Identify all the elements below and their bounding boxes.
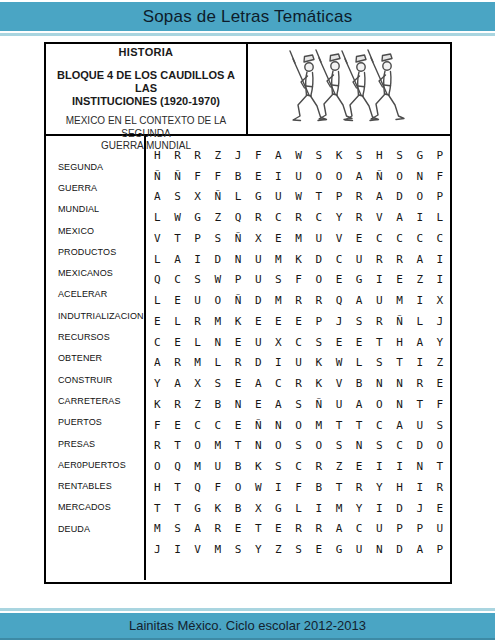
grid-cell: Z [208, 207, 228, 228]
grid-cell: Y [248, 539, 268, 560]
grid-cell: I [410, 353, 430, 374]
grid-cell: R [389, 249, 409, 270]
grid-cell: S [289, 394, 309, 415]
grid-cell: X [430, 290, 450, 311]
grid-cell: Z [430, 353, 450, 374]
word-item: MERCADOS [58, 497, 144, 518]
grid-cell: I [268, 166, 288, 187]
grid-cell: O [369, 394, 389, 415]
grid-cell: B [208, 394, 228, 415]
grid-cell: O [430, 436, 450, 457]
grid-cell: Z [188, 394, 208, 415]
grid-cell: I [167, 539, 187, 560]
word-item: MUNDIAL [58, 199, 144, 220]
grid-cell: O [208, 290, 228, 311]
grid-cell: S [289, 539, 309, 560]
grid-cell: W [329, 353, 349, 374]
grid-cell: Ñ [228, 290, 248, 311]
grid-cell: T [167, 477, 187, 498]
grid-cell: O [289, 415, 309, 436]
grid-cell: N [389, 394, 409, 415]
grid-cell: E [248, 394, 268, 415]
grid-cell: E [167, 290, 187, 311]
grid-cell: U [309, 228, 329, 249]
grid-cell: F [208, 166, 228, 187]
grid-cell: N [410, 456, 430, 477]
footer-text: Lainitas México. Ciclo escolar 2012-2013 [129, 618, 366, 633]
grid-cell: N [228, 394, 248, 415]
grid-cell: R [289, 207, 309, 228]
grid-cell: W [248, 477, 268, 498]
grid-cell: M [208, 539, 228, 560]
grid-cell: R [349, 187, 369, 208]
grid-cell: I [410, 290, 430, 311]
grid-cell: M [289, 228, 309, 249]
grid-cell: Ñ [208, 187, 228, 208]
grid-cell: E [228, 415, 248, 436]
grid-cell: C [410, 228, 430, 249]
grid-cell: E [228, 519, 248, 540]
grid-cell: A [389, 207, 409, 228]
grid-cell: Ñ [369, 166, 389, 187]
grid-cell: A [349, 166, 369, 187]
grid-cell: V [369, 207, 389, 228]
grid-cell: J [147, 539, 167, 560]
marching-soldiers-image [261, 45, 437, 133]
grid-cell: I [430, 270, 450, 291]
grid-cell: S [309, 332, 329, 353]
word-list: SEGUNDAGUERRAMUNDIALMEXICOPRODUCTOSMEXIC… [46, 136, 146, 580]
grid-cell: M [268, 290, 288, 311]
grid-cell: R [167, 394, 187, 415]
grid-cell: I [369, 498, 389, 519]
grid-cell: Y [430, 332, 450, 353]
grid-cell: C [147, 332, 167, 353]
grid-cell: J [329, 311, 349, 332]
grid-cell: Y [147, 373, 167, 394]
grid-cell: R [309, 456, 329, 477]
grid-cell: O [309, 436, 329, 457]
word-item: ACELERAR [58, 284, 144, 305]
grid-cell: U [289, 166, 309, 187]
grid-cell: R [167, 353, 187, 374]
grid-cell: R [410, 373, 430, 394]
block-title-line1: BLOQUE 4 DE LOS CAUDILLOS A LAS [46, 69, 246, 95]
grid-cell: V [329, 373, 349, 394]
grid-cell: G [188, 498, 208, 519]
grid-cell: S [389, 145, 409, 166]
grid-cell: F [248, 145, 268, 166]
grid-cell: S [369, 436, 389, 457]
grid-cell: B [349, 373, 369, 394]
grid-cell: A [147, 353, 167, 374]
grid-cell: O [309, 270, 329, 291]
grid-cell: O [228, 477, 248, 498]
grid-cell: C [268, 373, 288, 394]
grid-cell: R [309, 290, 329, 311]
grid-cell: C [208, 415, 228, 436]
grid-cell: L [188, 332, 208, 353]
grid-cell: X [268, 332, 288, 353]
word-item: RENTABLES [58, 475, 144, 496]
grid-cell: Ñ [389, 311, 409, 332]
grid-cell: T [369, 332, 389, 353]
word-item: CONSTRUIR [58, 369, 144, 390]
grid-cell: M [188, 456, 208, 477]
grid-cell: P [410, 519, 430, 540]
grid-cell: G [248, 187, 268, 208]
grid-cell: U [349, 249, 369, 270]
grid-cell: E [289, 311, 309, 332]
grid-cell: L [410, 311, 430, 332]
grid-cell: E [167, 332, 187, 353]
grid-cell: W [167, 207, 187, 228]
grid-cell: U [369, 290, 389, 311]
grid-cell: T [167, 436, 187, 457]
grid-cell: M [147, 519, 167, 540]
grid-cell: L [167, 311, 187, 332]
grid-cell: K [147, 394, 167, 415]
grid-cell: D [389, 539, 409, 560]
grid-cell: F [208, 477, 228, 498]
word-item: PRODUCTOS [58, 241, 144, 262]
grid-cell: O [309, 166, 329, 187]
subject-title: HISTORIA [46, 46, 246, 59]
grid-cell: A [167, 373, 187, 394]
grid-cell: U [329, 394, 349, 415]
grid-cell: U [430, 519, 450, 540]
grid-cell: D [389, 187, 409, 208]
grid-cell: A [167, 249, 187, 270]
grid-cell: J [228, 145, 248, 166]
grid-cell: A [389, 415, 409, 436]
grid-cell: N [369, 539, 389, 560]
grid-cell: W [289, 187, 309, 208]
grid-cell: L [289, 498, 309, 519]
grid-cell: C [369, 228, 389, 249]
grid-cell: R [289, 290, 309, 311]
grid-cell: I [389, 456, 409, 477]
grid-cell: B [228, 456, 248, 477]
grid-cell: E [430, 498, 450, 519]
grid-cell: T [167, 228, 187, 249]
puzzle-section: SEGUNDAGUERRAMUNDIALMEXICOPRODUCTOSMEXIC… [46, 136, 450, 580]
grid-cell: Q [228, 207, 248, 228]
grid-cell: E [228, 332, 248, 353]
grid-cell: C [309, 207, 329, 228]
grid-cell: I [188, 249, 208, 270]
word-item: INDUTRIALIZACION [58, 305, 144, 326]
grid-cell: Ñ [309, 394, 329, 415]
grid-cell: U [268, 187, 288, 208]
grid-cell: C [349, 519, 369, 540]
grid-cell: R [309, 519, 329, 540]
page-title: Sopas de Letras Temáticas [143, 7, 353, 27]
grid-cell: D [309, 249, 329, 270]
grid-cell: E [248, 311, 268, 332]
grid-cell: A [329, 519, 349, 540]
grid-cell: Y [329, 207, 349, 228]
word-item: GUERRA [58, 177, 144, 198]
grid-cell: S [369, 353, 389, 374]
grid-cell: A [349, 290, 369, 311]
grid-cell: A [410, 539, 430, 560]
grid-cell: D [248, 353, 268, 374]
grid-cell: I [268, 477, 288, 498]
grid-cell: T [430, 456, 450, 477]
grid-cell: W [208, 270, 228, 291]
grid-cell: N [349, 436, 369, 457]
grid-cell: N [248, 436, 268, 457]
grid-cell: C [389, 228, 409, 249]
grid-cell: V [147, 228, 167, 249]
word-item: CARRETERAS [58, 390, 144, 411]
grid-cell: U [248, 249, 268, 270]
grid-cell: B [228, 166, 248, 187]
grid-cell: Z [410, 270, 430, 291]
grid-cell: K [289, 249, 309, 270]
grid-cell: Q [329, 290, 349, 311]
grid-cell: S [268, 270, 288, 291]
grid-cell: C [369, 415, 389, 436]
grid-cell: Ñ [167, 166, 187, 187]
grid-cell: C [188, 415, 208, 436]
grid-cell: G [410, 145, 430, 166]
grid-cell: Ñ [248, 415, 268, 436]
grid-cell: Ñ [228, 228, 248, 249]
grid-cell: P [389, 519, 409, 540]
word-item: OBTENER [58, 348, 144, 369]
grid-cell: K [248, 456, 268, 477]
grid-cell: E [147, 311, 167, 332]
grid-cell: T [147, 498, 167, 519]
grid-cell: A [369, 187, 389, 208]
grid-cell: W [289, 145, 309, 166]
grid-cell: I [309, 498, 329, 519]
grid-cell: S [349, 145, 369, 166]
grid-cell: P [309, 311, 329, 332]
grid-cell: R [289, 373, 309, 394]
grid-cell: M [309, 415, 329, 436]
grid-cell: R [147, 436, 167, 457]
word-item: MEXICANOS [58, 262, 144, 283]
grid-cell: L [430, 207, 450, 228]
grid-cell: F [430, 394, 450, 415]
grid-cell: M [208, 436, 228, 457]
grid-cell: U [208, 456, 228, 477]
grid-cell: I [369, 456, 389, 477]
grid-cell: T [389, 353, 409, 374]
grid-cell: N [389, 373, 409, 394]
grid-cell: T [410, 394, 430, 415]
banner-underline [0, 33, 495, 36]
grid-cell: A [268, 394, 288, 415]
grid-cell: R [188, 311, 208, 332]
grid-cell: X [188, 373, 208, 394]
grid-cell: E [228, 373, 248, 394]
grid-cell: L [147, 249, 167, 270]
grid-cell: T [167, 498, 187, 519]
grid-cell: E [349, 332, 369, 353]
grid-cell: C [329, 249, 349, 270]
grid-cell: Y [349, 498, 369, 519]
grid-cell: E [349, 228, 369, 249]
grid-cell: H [147, 145, 167, 166]
grid-cell: H [389, 332, 409, 353]
grid-cell: R [369, 249, 389, 270]
grid-cell: Z [208, 145, 228, 166]
grid-cell: Ñ [147, 166, 167, 187]
grid-cell: N [268, 415, 288, 436]
grid-cell: D [410, 436, 430, 457]
header-image-cell [248, 44, 450, 134]
grid-cell: M [268, 249, 288, 270]
grid-cell: P [329, 187, 349, 208]
grid-cell: F [289, 477, 309, 498]
grid-cell: C [430, 228, 450, 249]
grid-cell: R [349, 207, 369, 228]
grid-cell: K [228, 311, 248, 332]
grid-cell: G [268, 498, 288, 519]
worksheet-page: Sopas de Letras Temáticas HISTORIA BLOQU… [0, 0, 495, 640]
word-item: RECURSOS [58, 326, 144, 347]
grid-cell: O [410, 187, 430, 208]
worksheet-box: HISTORIA BLOQUE 4 DE LOS CAUDILLOS A LAS… [44, 42, 452, 584]
grid-cell: N [228, 249, 248, 270]
grid-cell: S [329, 436, 349, 457]
grid-cell: S [430, 415, 450, 436]
footer-bar: Lainitas México. Ciclo escolar 2012-2013 [0, 613, 495, 640]
title-banner: Sopas de Letras Temáticas [0, 2, 495, 31]
grid-cell: L [208, 353, 228, 374]
grid-cell: P [430, 539, 450, 560]
grid-cell: T [228, 436, 248, 457]
grid-cell: E [268, 519, 288, 540]
word-item: MEXICO [58, 220, 144, 241]
grid-cell: I [430, 249, 450, 270]
grid-cell: O [268, 436, 288, 457]
grid-cell: L [349, 353, 369, 374]
grid-cell: T [248, 519, 268, 540]
grid-cell: E [329, 332, 349, 353]
grid-cell: C [167, 270, 187, 291]
grid-cell: I [410, 207, 430, 228]
grid-cell: P [430, 187, 450, 208]
grid-cell: Z [268, 539, 288, 560]
grid-cell: K [309, 373, 329, 394]
grid-cell: R [289, 519, 309, 540]
grid-cell: O [147, 456, 167, 477]
grid-cell: Y [369, 477, 389, 498]
grid-cell: E [389, 270, 409, 291]
grid-cell: U [349, 539, 369, 560]
grid-cell: X [248, 498, 268, 519]
grid-cell: X [188, 187, 208, 208]
grid-cell: P [188, 228, 208, 249]
word-item: DEUDA [58, 518, 144, 539]
grid-cell: P [228, 270, 248, 291]
grid-cell: Q [147, 270, 167, 291]
grid-cell: F [188, 166, 208, 187]
block-title: BLOQUE 4 DE LOS CAUDILLOS A LAS INSTITUC… [46, 69, 246, 108]
grid-cell: R [167, 145, 187, 166]
grid-cell: R [349, 477, 369, 498]
grid-cell: H [147, 477, 167, 498]
grid-cell: S [228, 539, 248, 560]
grid-cell: Z [329, 456, 349, 477]
grid-cell: D [389, 498, 409, 519]
grid-cell: I [410, 477, 430, 498]
grid-cell: K [208, 498, 228, 519]
grid-cell: B [309, 477, 329, 498]
grid-cell: R [188, 145, 208, 166]
grid-cell: G [188, 207, 208, 228]
grid-cell: F [289, 270, 309, 291]
grid-cell: S [268, 456, 288, 477]
grid-cell: X [248, 228, 268, 249]
grid-cell: T [329, 477, 349, 498]
grid-cell: R [228, 353, 248, 374]
grid-cell: S [167, 519, 187, 540]
grid-cell: K [329, 145, 349, 166]
word-item: PRESAS [58, 433, 144, 454]
grid-cell: A [410, 249, 430, 270]
grid-cell: O [389, 166, 409, 187]
grid-cell: K [309, 353, 329, 374]
grid-cell: G [349, 270, 369, 291]
grid-cell: E [268, 228, 288, 249]
grid-cell: E [167, 415, 187, 436]
grid-cell: A [268, 145, 288, 166]
grid-cell: U [410, 415, 430, 436]
grid-cell: A [248, 373, 268, 394]
grid-cell: A [188, 519, 208, 540]
grid-cell: E [349, 456, 369, 477]
word-item: PUERTOS [58, 412, 144, 433]
word-item: AER0PUERTOS [58, 454, 144, 475]
grid-cell: S [188, 270, 208, 291]
grid-cell: C [389, 436, 409, 457]
grid-cell: N [410, 166, 430, 187]
grid-cell: U [289, 353, 309, 374]
grid-cell: U [188, 290, 208, 311]
grid-cell: D [248, 290, 268, 311]
grid-cell: M [329, 498, 349, 519]
grid-cell: F [147, 415, 167, 436]
grid-cell: R [208, 519, 228, 540]
grid-cell: S [167, 187, 187, 208]
grid-cell: R [369, 311, 389, 332]
grid-cell: S [349, 311, 369, 332]
grid-cell: U [248, 332, 268, 353]
grid-cell: A [147, 187, 167, 208]
grid-cell: M [188, 353, 208, 374]
grid-cell: E [309, 539, 329, 560]
grid-cell: Q [167, 456, 187, 477]
header-text-cell: HISTORIA BLOQUE 4 DE LOS CAUDILLOS A LAS… [46, 44, 248, 134]
grid-cell: N [369, 373, 389, 394]
grid-cell: B [228, 498, 248, 519]
grid-cell: S [208, 373, 228, 394]
grid-cell: O [329, 166, 349, 187]
grid-cell: C [289, 332, 309, 353]
grid-cell: E [268, 311, 288, 332]
grid-cell: O [188, 436, 208, 457]
grid-cell: R [430, 477, 450, 498]
grid-cell: Q [188, 477, 208, 498]
block-title-line2: INSTITUCIONES (1920-1970) [46, 95, 246, 108]
letter-grid: HRRZJFAWSKSHSGPÑÑFFBEIUOOAÑONFASXÑLGUWTP… [147, 145, 450, 560]
